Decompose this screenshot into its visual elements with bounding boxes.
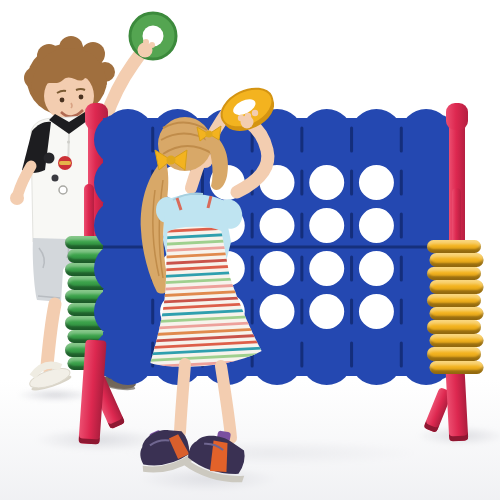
board-cell-e2 bbox=[302, 290, 352, 333]
green-ring-in-hand bbox=[130, 13, 176, 59]
badge-pin bbox=[52, 175, 59, 182]
board-cell-f3 bbox=[352, 247, 402, 290]
yellow-ring bbox=[430, 334, 484, 347]
boy-lower-arm bbox=[18, 166, 31, 194]
product-photo-stage bbox=[0, 0, 500, 500]
board-cell-g5 bbox=[401, 161, 451, 204]
badge-pin bbox=[59, 186, 67, 194]
right-post-cap bbox=[446, 103, 468, 130]
yellow-ring-in-hands bbox=[215, 81, 280, 139]
girl-left-leg bbox=[180, 364, 185, 432]
yellow-ring bbox=[427, 294, 481, 307]
board-cell-f4 bbox=[352, 204, 402, 247]
yellow-ring bbox=[430, 361, 484, 374]
board-cell-f2 bbox=[352, 290, 402, 333]
girl-right-leg bbox=[221, 366, 231, 438]
board-cell-e5 bbox=[302, 161, 352, 204]
yellow-ring bbox=[430, 307, 484, 320]
board-cell-e4 bbox=[302, 204, 352, 247]
boy-left-leg bbox=[47, 304, 55, 366]
board-cell-f1 bbox=[352, 333, 402, 376]
right-ring-holder-rod bbox=[452, 188, 461, 248]
board-cell-f6 bbox=[352, 118, 402, 161]
board-cell-e6 bbox=[302, 118, 352, 161]
board-cell-f5 bbox=[352, 161, 402, 204]
yellow-ring bbox=[427, 347, 481, 360]
yellow-ring-stack bbox=[428, 240, 482, 374]
girl-hand bbox=[241, 116, 254, 129]
yellow-ring bbox=[427, 240, 481, 253]
girl-right-arm bbox=[237, 122, 268, 192]
yellow-ring bbox=[427, 320, 481, 333]
badge-pin bbox=[44, 153, 55, 164]
board-cell-e1 bbox=[302, 333, 352, 376]
girl-right-sneaker bbox=[181, 421, 255, 487]
board-cell-g6 bbox=[401, 118, 451, 161]
board-cell-e3 bbox=[302, 247, 352, 290]
yellow-ring bbox=[430, 253, 484, 266]
girl-player bbox=[125, 80, 300, 495]
yellow-ring bbox=[427, 267, 481, 280]
boy-eye bbox=[79, 95, 84, 100]
yellow-ring bbox=[430, 280, 484, 293]
boy-eye bbox=[60, 98, 65, 103]
